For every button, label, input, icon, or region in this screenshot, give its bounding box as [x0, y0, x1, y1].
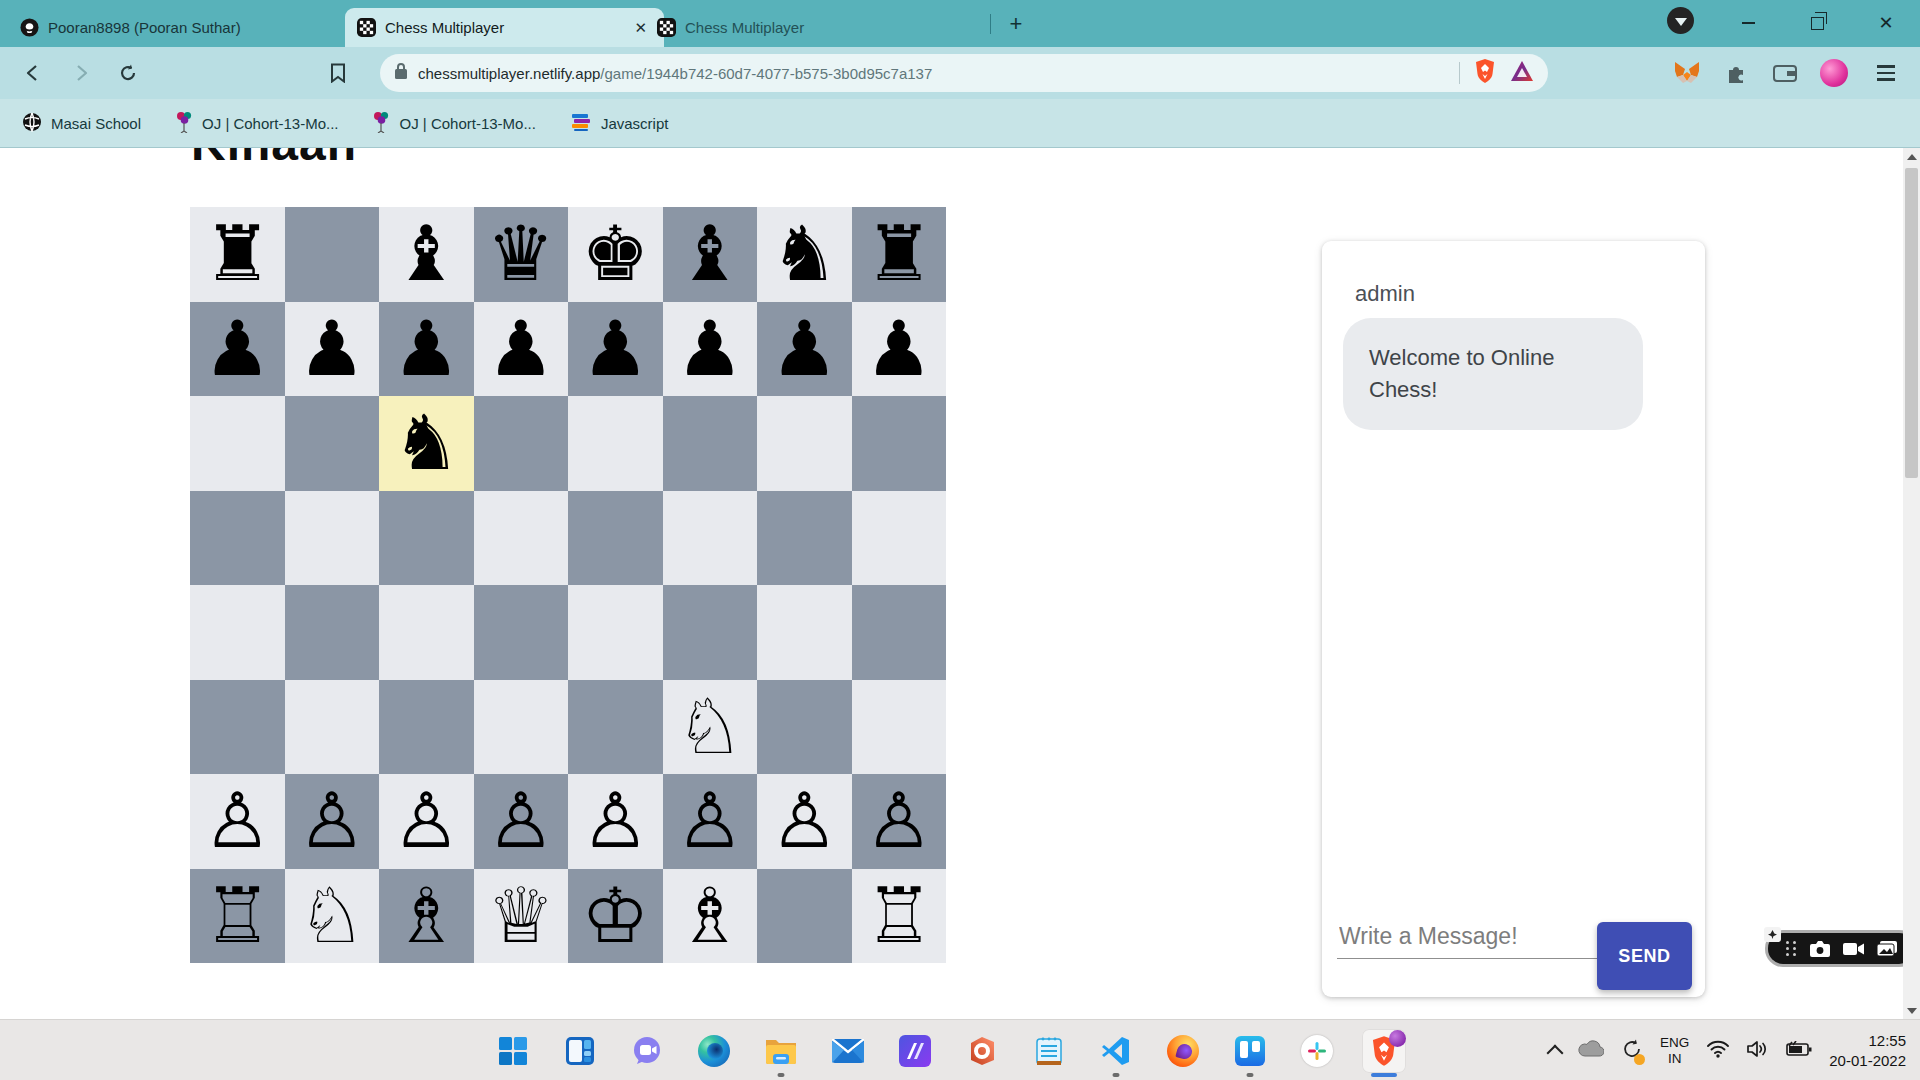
white-piece-c2: ♙	[392, 774, 460, 869]
square-h5[interactable]	[852, 491, 947, 586]
running-indicator	[778, 1073, 785, 1077]
square-b1[interactable]: ♘	[285, 869, 380, 964]
clock[interactable]: 12:55 20-01-2022	[1829, 1031, 1906, 1071]
chat-sender-name: admin	[1355, 281, 1415, 307]
slack-icon[interactable]	[1295, 1029, 1339, 1073]
notification-orb	[1389, 1030, 1406, 1047]
square-a6[interactable]	[190, 396, 285, 491]
scrollbar-thumb[interactable]	[1905, 168, 1918, 478]
black-piece-e7: ♟	[581, 302, 649, 397]
square-f6[interactable]	[663, 396, 758, 491]
onedrive-cloud-icon[interactable]	[1578, 1040, 1604, 1061]
square-h1[interactable]: ♖	[852, 869, 947, 964]
back-button[interactable]	[19, 59, 47, 87]
square-c1[interactable]: ♗	[379, 869, 474, 964]
profile-avatar[interactable]	[1820, 59, 1848, 87]
black-piece-c7: ♟	[392, 302, 460, 397]
books-icon	[570, 112, 592, 135]
drag-handle-dots[interactable]	[1786, 941, 1797, 956]
masai-app-icon[interactable]	[893, 1029, 937, 1073]
square-f1[interactable]: ♗	[663, 869, 758, 964]
start-button[interactable]	[491, 1029, 535, 1073]
wallet-icon[interactable]	[1771, 59, 1799, 87]
bookmark-icon[interactable]	[324, 59, 352, 87]
urlbar-divider	[1459, 62, 1460, 84]
square-e7[interactable]: ♟	[568, 302, 663, 397]
tray-chevron-up-icon[interactable]	[1547, 1044, 1564, 1061]
url-bar[interactable]: chessmultiplayer.netlify.app/game/1944b7…	[380, 54, 1548, 92]
white-piece-e2: ♙	[581, 774, 649, 869]
square-b8[interactable]	[285, 207, 380, 302]
battery-charging-icon[interactable]	[1786, 1041, 1812, 1061]
brave-rewards-triangle-icon[interactable]	[1510, 60, 1534, 86]
page-scrollbar[interactable]	[1903, 148, 1920, 1019]
white-piece-h1: ♖	[865, 869, 933, 964]
trello-icon[interactable]	[1228, 1029, 1272, 1073]
square-h2[interactable]: ♙	[852, 774, 947, 869]
square-g5[interactable]	[757, 491, 852, 586]
black-piece-d7: ♟	[487, 302, 555, 397]
black-piece-c8: ♝	[392, 207, 460, 302]
office-icon[interactable]	[960, 1029, 1004, 1073]
white-piece-a1: ♖	[203, 869, 271, 964]
square-g1[interactable]	[757, 869, 852, 964]
black-piece-g7: ♟	[770, 302, 838, 397]
bookmarks-bar: Masai School OJ | Cohort-13-Mo... OJ | C…	[0, 99, 1920, 148]
square-b3[interactable]	[285, 680, 380, 775]
white-piece-f2: ♙	[676, 774, 744, 869]
windows-taskbar: ENG IN 12:55 20-01-2022	[0, 1019, 1920, 1080]
lock-icon	[394, 62, 408, 84]
square-e2[interactable]: ♙	[568, 774, 663, 869]
square-h6[interactable]	[852, 396, 947, 491]
square-a4[interactable]	[190, 585, 285, 680]
white-piece-f3: ♘	[676, 680, 744, 775]
new-tab-button[interactable]: +	[1003, 12, 1029, 38]
square-f4[interactable]	[663, 585, 758, 680]
square-c5[interactable]	[379, 491, 474, 586]
square-d3[interactable]	[474, 680, 569, 775]
page-content: Kihaan ♜♝♛♚♝♞♜♟♟♟♟♟♟♟♟♞♘♙♙♙♙♙♙♙♙♖♘♗♕♔♗♖ …	[0, 148, 1920, 1019]
teams-chat-icon[interactable]	[625, 1029, 669, 1073]
square-g3[interactable]	[757, 680, 852, 775]
white-piece-c1: ♗	[392, 869, 460, 964]
github-icon	[20, 18, 39, 37]
white-piece-d1: ♕	[487, 869, 555, 964]
square-e3[interactable]	[568, 680, 663, 775]
square-e8[interactable]: ♚	[568, 207, 663, 302]
scroll-up-arrow[interactable]	[1903, 148, 1920, 165]
edge-icon[interactable]	[692, 1029, 736, 1073]
bookmark-label: Masai School	[51, 115, 141, 132]
square-c4[interactable]	[379, 585, 474, 680]
player-name-heading: Kihaan	[191, 148, 357, 171]
send-button[interactable]: SEND	[1597, 922, 1692, 990]
white-piece-d2: ♙	[487, 774, 555, 869]
browser-update-icon[interactable]	[1667, 7, 1694, 34]
square-h4[interactable]	[852, 585, 947, 680]
browser-toolbar: chessmultiplayer.netlify.app/game/1944b7…	[0, 47, 1920, 99]
bookmark-javascript[interactable]: Javascript	[570, 112, 669, 135]
tab-title: Pooran8898 (Pooran Suthar)	[48, 19, 241, 36]
square-b6[interactable]	[285, 396, 380, 491]
square-c8[interactable]: ♝	[379, 207, 474, 302]
square-f3[interactable]: ♘	[663, 680, 758, 775]
restore-button[interactable]	[1802, 9, 1832, 37]
square-c7[interactable]: ♟	[379, 302, 474, 397]
square-f8[interactable]: ♝	[663, 207, 758, 302]
browser-titlebar: Pooran8898 (Pooran Suthar) Chess Multipl…	[0, 0, 1920, 47]
brave-browser-icon[interactable]	[1362, 1029, 1406, 1073]
chessboard-favicon	[357, 18, 376, 37]
minimize-button[interactable]	[1733, 9, 1763, 37]
file-explorer-icon[interactable]	[759, 1029, 803, 1073]
sync-update-icon[interactable]	[1621, 1038, 1643, 1064]
bookmark-label: OJ | Cohort-13-Mo...	[202, 115, 338, 132]
black-piece-e8: ♚	[581, 207, 649, 302]
url-text: chessmultiplayer.netlify.app/game/1944b7…	[418, 65, 1459, 82]
reload-button[interactable]	[114, 59, 142, 87]
black-piece-g8: ♞	[770, 207, 838, 302]
square-d7[interactable]: ♟	[474, 302, 569, 397]
extensions-puzzle-icon[interactable]	[1722, 59, 1750, 87]
square-a7[interactable]: ♟	[190, 302, 285, 397]
square-d1[interactable]: ♕	[474, 869, 569, 964]
running-indicator	[1113, 1073, 1120, 1077]
notepad-icon[interactable]	[1027, 1029, 1071, 1073]
bookmark-label: Javascript	[601, 115, 669, 132]
square-d2[interactable]: ♙	[474, 774, 569, 869]
white-piece-g2: ♙	[770, 774, 838, 869]
tab-title: Chess Multiplayer	[385, 19, 504, 36]
chessboard-favicon	[657, 18, 676, 37]
chat-panel: admin Welcome to Online Chess! SEND	[1322, 241, 1705, 997]
square-e5[interactable]	[568, 491, 663, 586]
brave-shield-icon[interactable]	[1474, 58, 1496, 88]
gallery-icon[interactable]	[1877, 941, 1897, 957]
screen-capture-toolbar[interactable]: ⚙	[1768, 933, 1914, 964]
black-piece-d8: ♛	[487, 207, 555, 302]
white-piece-a2: ♙	[203, 774, 271, 869]
square-h8[interactable]: ♜	[852, 207, 947, 302]
square-b2[interactable]: ♙	[285, 774, 380, 869]
running-indicator	[1247, 1073, 1254, 1077]
black-piece-c6: ♞	[392, 396, 460, 491]
square-f2[interactable]: ♙	[663, 774, 758, 869]
black-piece-a7: ♟	[203, 302, 271, 397]
square-f5[interactable]	[663, 491, 758, 586]
square-a5[interactable]	[190, 491, 285, 586]
active-indicator	[1371, 1073, 1397, 1077]
mail-icon[interactable]	[826, 1029, 870, 1073]
taskview-widgets-icon[interactable]	[558, 1029, 602, 1073]
globe-icon	[22, 112, 42, 135]
black-piece-f7: ♟	[676, 302, 744, 397]
black-piece-a8: ♜	[203, 207, 271, 302]
video-record-icon[interactable]	[1843, 942, 1864, 956]
square-e1[interactable]: ♔	[568, 869, 663, 964]
square-g4[interactable]	[757, 585, 852, 680]
square-d4[interactable]	[474, 585, 569, 680]
menu-hamburger-icon[interactable]	[1872, 59, 1900, 87]
white-piece-f1: ♗	[676, 869, 744, 964]
chat-message-input[interactable]	[1337, 923, 1597, 959]
tab-github[interactable]: Pooran8898 (Pooran Suthar)	[8, 8, 362, 47]
close-button[interactable]: ✕	[1871, 9, 1901, 37]
bookmark-label: OJ | Cohort-13-Mo...	[399, 115, 535, 132]
balloons-icon	[372, 111, 390, 136]
volume-icon[interactable]	[1747, 1040, 1769, 1062]
square-g6[interactable]	[757, 396, 852, 491]
black-piece-f8: ♝	[676, 207, 744, 302]
wifi-icon[interactable]	[1706, 1040, 1730, 1062]
square-g7[interactable]: ♟	[757, 302, 852, 397]
square-a8[interactable]: ♜	[190, 207, 285, 302]
chat-message-bubble: Welcome to Online Chess!	[1343, 318, 1643, 430]
language-indicator[interactable]: ENG IN	[1660, 1035, 1689, 1067]
square-e4[interactable]	[568, 585, 663, 680]
tab-divider	[990, 14, 991, 34]
square-a1[interactable]: ♖	[190, 869, 285, 964]
white-piece-b2: ♙	[298, 774, 366, 869]
vscode-icon[interactable]	[1094, 1029, 1138, 1073]
metamask-icon[interactable]	[1673, 59, 1701, 87]
square-g2[interactable]: ♙	[757, 774, 852, 869]
bookmark-oj-cohort-1[interactable]: OJ | Cohort-13-Mo...	[175, 111, 338, 136]
scroll-down-arrow[interactable]	[1903, 1002, 1920, 1019]
chess-board: ♜♝♛♚♝♞♜♟♟♟♟♟♟♟♟♞♘♙♙♙♙♙♙♙♙♖♘♗♕♔♗♖	[190, 207, 946, 963]
square-d6[interactable]	[474, 396, 569, 491]
camera-icon[interactable]	[1810, 941, 1830, 957]
black-piece-b7: ♟	[298, 302, 366, 397]
tab-chess-active[interactable]: Chess Multiplayer ✕	[345, 8, 664, 47]
square-h3[interactable]	[852, 680, 947, 775]
square-b4[interactable]	[285, 585, 380, 680]
pin-icon[interactable]	[1764, 927, 1781, 942]
square-d8[interactable]: ♛	[474, 207, 569, 302]
square-c6[interactable]: ♞	[379, 396, 474, 491]
firefox-icon[interactable]	[1161, 1029, 1205, 1073]
square-a3[interactable]	[190, 680, 285, 775]
white-piece-h2: ♙	[865, 774, 933, 869]
black-piece-h8: ♜	[865, 207, 933, 302]
tab-chess-2[interactable]: Chess Multiplayer	[645, 8, 999, 47]
forward-button[interactable]	[67, 59, 95, 87]
square-c2[interactable]: ♙	[379, 774, 474, 869]
balloons-icon	[175, 111, 193, 136]
square-c3[interactable]	[379, 680, 474, 775]
white-piece-e1: ♔	[581, 869, 649, 964]
white-piece-b1: ♘	[298, 869, 366, 964]
square-e6[interactable]	[568, 396, 663, 491]
black-piece-h7: ♟	[865, 302, 933, 397]
bookmark-masai-school[interactable]: Masai School	[22, 112, 141, 135]
bookmark-oj-cohort-2[interactable]: OJ | Cohort-13-Mo...	[372, 111, 535, 136]
square-a2[interactable]: ♙	[190, 774, 285, 869]
square-g8[interactable]: ♞	[757, 207, 852, 302]
square-f7[interactable]: ♟	[663, 302, 758, 397]
square-d5[interactable]	[474, 491, 569, 586]
tab-title: Chess Multiplayer	[685, 19, 804, 36]
square-h7[interactable]: ♟	[852, 302, 947, 397]
square-b5[interactable]	[285, 491, 380, 586]
square-b7[interactable]: ♟	[285, 302, 380, 397]
